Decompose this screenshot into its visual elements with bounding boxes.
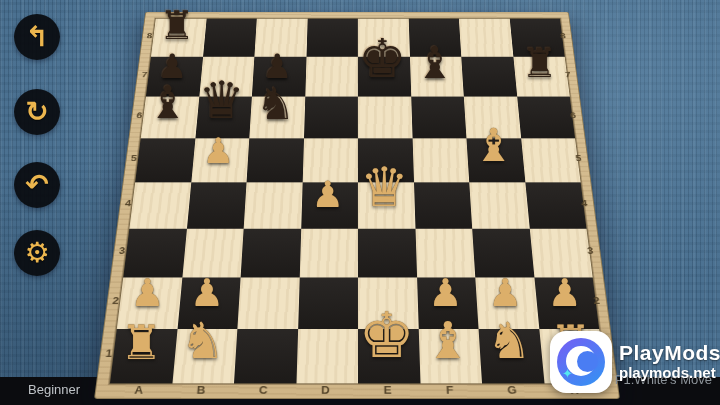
- piece-black-knight-c6[interactable]: ♞: [253, 82, 297, 126]
- square-d3[interactable]: [299, 229, 358, 278]
- rank-label-8: 8: [144, 32, 155, 40]
- square-c5[interactable]: [247, 138, 304, 182]
- square-d7[interactable]: [305, 57, 358, 97]
- playmods-title: PlayMods: [619, 342, 720, 364]
- piece-white-knight-b1[interactable]: ♞: [178, 316, 228, 366]
- undo-icon: ↶: [25, 171, 48, 199]
- square-d2[interactable]: [298, 277, 358, 328]
- square-d6[interactable]: [304, 97, 358, 139]
- square-d8[interactable]: [306, 19, 358, 57]
- square-e6[interactable]: [358, 97, 412, 139]
- piece-white-pawn-b2[interactable]: ♟: [188, 274, 226, 312]
- piece-black-queen-b6[interactable]: ♛: [196, 75, 248, 127]
- rank-label-4: 4: [122, 199, 134, 209]
- file-label-C: C: [232, 384, 295, 396]
- square-c1[interactable]: [234, 329, 298, 383]
- piece-white-bishop-f1[interactable]: ♝: [422, 315, 473, 366]
- playmods-logo: ✦: [550, 331, 612, 393]
- rank-label-5: 5: [573, 154, 585, 163]
- piece-black-rook-h7[interactable]: ♜: [519, 44, 559, 84]
- square-e3[interactable]: [358, 229, 417, 278]
- file-label-D: D: [295, 384, 357, 396]
- rank-label-6: 6: [567, 111, 578, 120]
- difficulty-label: Beginner: [28, 382, 80, 397]
- rank-label-3: 3: [116, 246, 128, 256]
- rank-label-7: 7: [562, 71, 573, 80]
- square-h4[interactable]: [525, 182, 587, 228]
- piece-white-pawn-a2[interactable]: ♟: [128, 274, 166, 312]
- rank-label-2: 2: [590, 295, 603, 306]
- piece-white-queen-e4[interactable]: ♛: [357, 161, 411, 215]
- piece-white-rook-a1[interactable]: ♜: [118, 319, 165, 366]
- rank-label-3: 3: [584, 246, 596, 256]
- file-label-E: E: [357, 384, 419, 396]
- file-label-F: F: [419, 384, 482, 396]
- gear-icon: ⚙: [24, 239, 49, 267]
- piece-white-pawn-d4[interactable]: ♟: [310, 177, 346, 213]
- square-b4[interactable]: [187, 182, 247, 228]
- square-b8[interactable]: [203, 19, 257, 57]
- app-screen: { "game": "chess", "app": { "level": "Be…: [0, 0, 720, 405]
- square-f6[interactable]: [411, 97, 467, 139]
- redo-icon: ↻: [25, 98, 48, 126]
- file-label-G: G: [481, 384, 544, 396]
- piece-white-king-e1[interactable]: ♚: [355, 305, 418, 368]
- piece-black-king-e7[interactable]: ♚: [355, 32, 409, 86]
- piece-white-pawn-g2[interactable]: ♟: [486, 274, 524, 312]
- square-c4[interactable]: [244, 182, 303, 228]
- square-c3[interactable]: [241, 229, 301, 278]
- rank-label-5: 5: [128, 154, 140, 163]
- undo-button[interactable]: ↶: [14, 162, 60, 208]
- piece-white-bishop-g5[interactable]: ♝: [471, 123, 517, 169]
- square-h6[interactable]: [517, 97, 575, 139]
- settings-button[interactable]: ⚙: [14, 230, 60, 276]
- playmods-logo-icon: ✦: [557, 338, 605, 386]
- rank-label-4: 4: [578, 199, 590, 209]
- file-label-B: B: [170, 384, 233, 396]
- playmods-watermark[interactable]: ✦ PlayMods playmods.net: [550, 331, 720, 393]
- square-g4[interactable]: [469, 182, 529, 228]
- square-g8[interactable]: [459, 19, 513, 57]
- back-arrow-icon: ↰: [25, 23, 48, 51]
- rank-label-2: 2: [109, 295, 122, 306]
- piece-black-rook-a8[interactable]: ♜: [157, 6, 196, 45]
- square-c2[interactable]: [237, 277, 299, 328]
- piece-white-pawn-h2[interactable]: ♟: [546, 274, 584, 312]
- piece-white-knight-g1[interactable]: ♞: [484, 316, 534, 366]
- piece-black-bishop-a6[interactable]: ♝: [145, 81, 190, 126]
- piece-white-pawn-b5[interactable]: ♟: [201, 133, 236, 168]
- rank-label-6: 6: [134, 111, 145, 120]
- square-h5[interactable]: [521, 138, 581, 182]
- piece-black-bishop-f7[interactable]: ♝: [413, 41, 457, 85]
- playmods-url: playmods.net: [619, 364, 720, 382]
- sparkle-icon: ✦: [562, 367, 573, 380]
- square-g7[interactable]: [461, 57, 517, 97]
- square-f5[interactable]: [412, 138, 469, 182]
- square-a5[interactable]: [135, 138, 195, 182]
- file-label-A: A: [107, 384, 171, 396]
- square-f4[interactable]: [414, 182, 473, 228]
- back-button[interactable]: ↰: [14, 14, 60, 60]
- square-a4[interactable]: [129, 182, 190, 228]
- piece-white-pawn-f2[interactable]: ♟: [426, 274, 464, 312]
- rank-label-8: 8: [557, 32, 568, 40]
- redo-button[interactable]: ↻: [14, 89, 60, 135]
- square-d1[interactable]: [296, 329, 358, 383]
- rank-label-1: 1: [102, 348, 115, 360]
